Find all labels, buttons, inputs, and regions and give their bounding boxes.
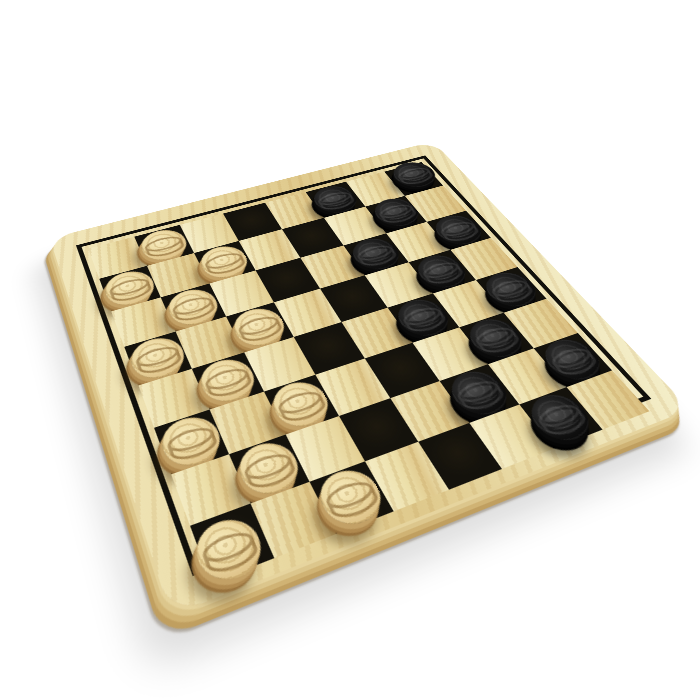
light-man-glyph: ⛀ [191, 511, 269, 589]
board-grid: ⛀⛂⛂⛀⛀⛂⛀⛂⛂⛀⛀⛂⛀⛂⛂⛀⛀⛂⛀⛂⛂⛀⛀⛂ [88, 162, 634, 559]
board-frame-line: ⛀⛂⛂⛀⛀⛂⛀⛂⛂⛀⛀⛂⛀⛂⛂⛀⛀⛂⛀⛂⛂⛀⛀⛂ [76, 155, 651, 576]
board-perspective-wrapper: ⛀⛂⛂⛀⛀⛂⛀⛂⛂⛀⛀⛂⛀⛂⛂⛀⛀⛂⛀⛂⛂⛀⛀⛂ [50, 141, 691, 615]
black-man-glyph: ⛂ [387, 159, 441, 191]
product-photo-scene: ⛀⛂⛂⛀⛀⛂⛀⛂⛂⛀⛀⛂⛀⛂⛂⛀⛀⛂⛀⛂⛂⛀⛀⛂ [0, 0, 700, 700]
checkers-board: ⛀⛂⛂⛀⛀⛂⛀⛂⛂⛀⛀⛂⛀⛂⛂⛀⛀⛂⛀⛂⛂⛀⛀⛂ [50, 141, 691, 615]
checker-piece-light[interactable]: ⛀ [189, 512, 270, 589]
